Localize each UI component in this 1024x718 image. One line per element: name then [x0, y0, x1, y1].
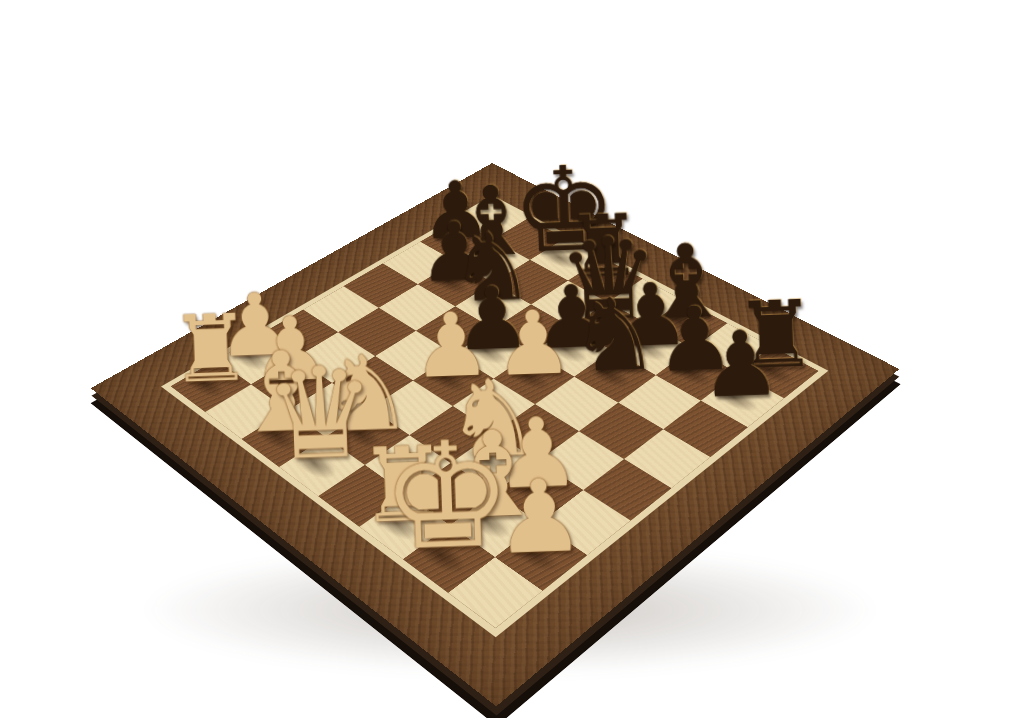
piece-white-pawn-h2[interactable]: ♟ — [447, 464, 633, 571]
square-h7[interactable]: ♟ — [701, 373, 784, 427]
board-tilt: ♚♜♝♜♟♝♛♟♟♟♟♞♟♞♟♟♟♞♟♟♟♞♝♟♜♝♛♜♚ — [91, 163, 900, 706]
chess-board-photo: ♚♜♝♜♟♝♛♟♟♟♟♞♟♞♟♟♟♞♟♟♟♞♝♟♜♝♛♜♚ — [0, 0, 1024, 718]
board-frame: ♚♜♝♜♟♝♛♟♟♟♟♞♟♞♟♟♟♞♟♟♟♞♝♟♜♝♛♜♚ — [91, 163, 900, 706]
chess-board: ♚♜♝♜♟♝♛♟♟♟♟♞♟♞♟♟♟♞♟♟♟♞♝♟♜♝♛♜♚ — [161, 195, 828, 637]
piece-black-pawn-h7[interactable]: ♟ — [658, 317, 825, 413]
